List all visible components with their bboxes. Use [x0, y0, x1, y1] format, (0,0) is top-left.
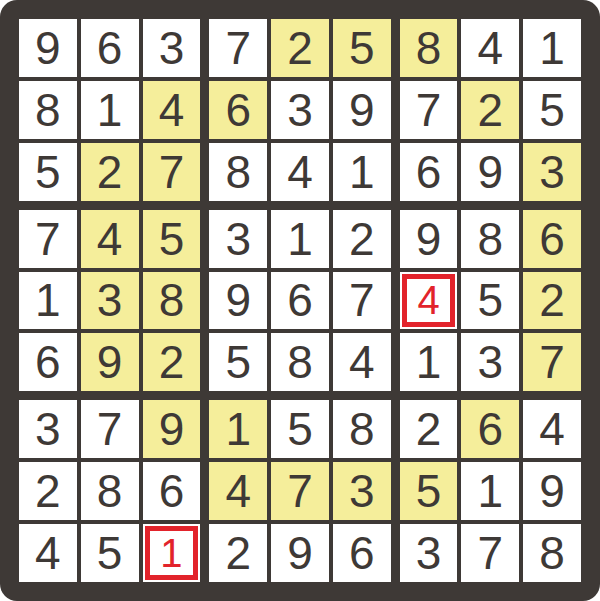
cell-digit: 5 [349, 25, 375, 71]
cell-r8c5[interactable]: 7 [271, 462, 329, 520]
cell-digit: 7 [97, 406, 123, 452]
cell-r2c9[interactable]: 5 [523, 81, 581, 139]
cell-r1c2[interactable]: 6 [81, 19, 139, 77]
cell-digit: 8 [97, 468, 123, 514]
cell-r6c1[interactable]: 6 [19, 333, 77, 391]
cell-r1c8[interactable]: 4 [461, 19, 519, 77]
cell-digit: 1 [478, 468, 504, 514]
cell-r1c3[interactable]: 3 [143, 19, 201, 77]
cell-r8c1[interactable]: 2 [19, 462, 77, 520]
cell-r1c6[interactable]: 5 [333, 19, 391, 77]
cell-digit: 4 [159, 87, 185, 133]
cell-digit: 6 [159, 468, 185, 514]
cell-r1c4[interactable]: 7 [209, 19, 267, 77]
cell-digit: 3 [349, 468, 375, 514]
cell-r6c5[interactable]: 8 [271, 333, 329, 391]
cell-r5c2[interactable]: 3 [81, 272, 139, 330]
cell-digit: 5 [478, 277, 504, 323]
cell-digit: 3 [478, 339, 504, 385]
cell-r2c2[interactable]: 1 [81, 81, 139, 139]
cell-r8c9[interactable]: 9 [523, 462, 581, 520]
cell-digit: 5 [225, 339, 251, 385]
cell-digit: 1 [539, 25, 565, 71]
cell-digit: 3 [416, 530, 442, 576]
cell-digit: 2 [225, 530, 251, 576]
cell-r9c3[interactable]: 1 [143, 524, 201, 582]
cell-digit: 6 [35, 339, 61, 385]
cell-r1c1[interactable]: 9 [19, 19, 77, 77]
cell-digit: 6 [225, 87, 251, 133]
cell-digit: 8 [478, 216, 504, 262]
cell-digit: 8 [159, 277, 185, 323]
cell-digit: 2 [416, 406, 442, 452]
cell-r4c1[interactable]: 7 [19, 210, 77, 268]
cell-r3c7[interactable]: 6 [400, 143, 458, 201]
cell-digit: 9 [287, 530, 313, 576]
cell-r3c6[interactable]: 1 [333, 143, 391, 201]
cell-r5c1[interactable]: 1 [19, 272, 77, 330]
cell-r3c4[interactable]: 8 [209, 143, 267, 201]
cell-digit: 1 [160, 533, 182, 573]
cell-r8c6[interactable]: 3 [333, 462, 391, 520]
cell-digit: 6 [539, 216, 565, 262]
cell-digit: 2 [97, 149, 123, 195]
cell-digit: 1 [225, 406, 251, 452]
cell-r7c7[interactable]: 2 [400, 400, 458, 458]
cell-r1c7[interactable]: 8 [400, 19, 458, 77]
cell-digit: 3 [159, 25, 185, 71]
cell-r2c6[interactable]: 9 [333, 81, 391, 139]
cell-r9c9[interactable]: 8 [523, 524, 581, 582]
cell-r5c3[interactable]: 8 [143, 272, 201, 330]
cell-r3c8[interactable]: 9 [461, 143, 519, 201]
cell-digit: 5 [539, 87, 565, 133]
cell-r4c7[interactable]: 9 [400, 210, 458, 268]
cell-r9c8[interactable]: 7 [461, 524, 519, 582]
cell-digit: 6 [287, 277, 313, 323]
cell-r6c4[interactable]: 5 [209, 333, 267, 391]
cell-digit: 4 [349, 339, 375, 385]
cell-r3c5[interactable]: 4 [271, 143, 329, 201]
cell-r3c3[interactable]: 7 [143, 143, 201, 201]
cell-digit: 5 [159, 216, 185, 262]
cell-digit: 2 [349, 216, 375, 262]
cell-digit: 7 [287, 468, 313, 514]
cell-digit: 3 [97, 277, 123, 323]
cell-r6c2[interactable]: 9 [81, 333, 139, 391]
cell-r9c4[interactable]: 2 [209, 524, 267, 582]
cell-digit: 5 [97, 530, 123, 576]
cell-r4c5[interactable]: 1 [271, 210, 329, 268]
cell-r7c4[interactable]: 1 [209, 400, 267, 458]
cell-r7c3[interactable]: 9 [143, 400, 201, 458]
cell-digit: 7 [225, 25, 251, 71]
cell-digit: 3 [287, 87, 313, 133]
cell-digit: 6 [478, 406, 504, 452]
cell-r5c4[interactable]: 9 [209, 272, 267, 330]
sudoku-board: 9637258418146397255278416937453129861389… [0, 0, 600, 601]
cell-r9c6[interactable]: 6 [333, 524, 391, 582]
cell-digit: 5 [35, 149, 61, 195]
cell-r8c4[interactable]: 4 [209, 462, 267, 520]
cell-r3c1[interactable]: 5 [19, 143, 77, 201]
cell-digit: 9 [416, 216, 442, 262]
cell-digit: 3 [35, 406, 61, 452]
cell-digit: 3 [539, 149, 565, 195]
cell-r6c3[interactable]: 2 [143, 333, 201, 391]
cell-r8c2[interactable]: 8 [81, 462, 139, 520]
cell-r4c4[interactable]: 3 [209, 210, 267, 268]
cell-r9c2[interactable]: 5 [81, 524, 139, 582]
cell-r5c7[interactable]: 4 [400, 272, 458, 330]
cell-r1c5[interactable]: 2 [271, 19, 329, 77]
cell-r4c8[interactable]: 8 [461, 210, 519, 268]
cell-digit: 2 [478, 87, 504, 133]
sudoku-grid: 9637258418146397255278416937453129861389… [19, 19, 581, 582]
cell-digit: 2 [35, 468, 61, 514]
cell-r3c2[interactable]: 2 [81, 143, 139, 201]
cell-digit: 8 [349, 406, 375, 452]
cell-digit: 7 [349, 277, 375, 323]
cell-r7c8[interactable]: 6 [461, 400, 519, 458]
cell-r6c7[interactable]: 1 [400, 333, 458, 391]
cell-r7c6[interactable]: 8 [333, 400, 391, 458]
cell-r9c7[interactable]: 3 [400, 524, 458, 582]
cell-digit: 9 [97, 339, 123, 385]
cell-digit: 6 [97, 25, 123, 71]
cell-digit: 2 [287, 25, 313, 71]
cell-digit: 4 [35, 530, 61, 576]
cell-digit: 5 [287, 406, 313, 452]
cell-digit: 7 [416, 87, 442, 133]
cell-r7c9[interactable]: 4 [523, 400, 581, 458]
cell-digit: 7 [35, 216, 61, 262]
cell-r2c8[interactable]: 2 [461, 81, 519, 139]
cell-digit: 1 [35, 277, 61, 323]
cell-digit: 3 [225, 216, 251, 262]
cell-digit: 4 [539, 406, 565, 452]
cell-r4c2[interactable]: 4 [81, 210, 139, 268]
cell-digit: 2 [539, 277, 565, 323]
cell-digit: 4 [417, 280, 439, 320]
cell-digit: 6 [349, 530, 375, 576]
cell-digit: 8 [287, 339, 313, 385]
cell-r8c8[interactable]: 1 [461, 462, 519, 520]
cell-digit: 7 [539, 339, 565, 385]
cell-digit: 8 [225, 149, 251, 195]
cell-r1c9[interactable]: 1 [523, 19, 581, 77]
cell-digit: 4 [287, 149, 313, 195]
cell-r6c9[interactable]: 7 [523, 333, 581, 391]
cell-digit: 7 [478, 530, 504, 576]
cell-digit: 1 [349, 149, 375, 195]
cell-r5c5[interactable]: 6 [271, 272, 329, 330]
cell-r2c3[interactable]: 4 [143, 81, 201, 139]
cell-digit: 9 [35, 25, 61, 71]
cell-digit: 7 [159, 149, 185, 195]
cell-r2c1[interactable]: 8 [19, 81, 77, 139]
cell-digit: 8 [416, 25, 442, 71]
cell-digit: 9 [225, 277, 251, 323]
cell-digit: 2 [159, 339, 185, 385]
cell-r2c5[interactable]: 3 [271, 81, 329, 139]
cell-digit: 9 [349, 87, 375, 133]
cell-digit: 4 [225, 468, 251, 514]
cell-digit: 4 [478, 25, 504, 71]
cell-r3c9[interactable]: 3 [523, 143, 581, 201]
cell-r8c7[interactable]: 5 [400, 462, 458, 520]
cell-r4c9[interactable]: 6 [523, 210, 581, 268]
cell-r6c6[interactable]: 4 [333, 333, 391, 391]
cell-r5c9[interactable]: 2 [523, 272, 581, 330]
cell-r7c1[interactable]: 3 [19, 400, 77, 458]
cell-r7c2[interactable]: 7 [81, 400, 139, 458]
cell-r5c6[interactable]: 7 [333, 272, 391, 330]
cell-r6c8[interactable]: 3 [461, 333, 519, 391]
cell-r7c5[interactable]: 5 [271, 400, 329, 458]
cell-digit: 1 [287, 216, 313, 262]
cell-digit: 8 [35, 87, 61, 133]
cell-digit: 1 [97, 87, 123, 133]
cell-r2c4[interactable]: 6 [209, 81, 267, 139]
cell-digit: 1 [416, 339, 442, 385]
cell-digit: 6 [416, 149, 442, 195]
cell-r2c7[interactable]: 7 [400, 81, 458, 139]
cell-r8c3[interactable]: 6 [143, 462, 201, 520]
cell-digit: 9 [478, 149, 504, 195]
cell-r5c8[interactable]: 5 [461, 272, 519, 330]
cell-digit: 5 [416, 468, 442, 514]
cell-r9c1[interactable]: 4 [19, 524, 77, 582]
cell-digit: 9 [539, 468, 565, 514]
cell-r4c3[interactable]: 5 [143, 210, 201, 268]
cell-digit: 9 [159, 406, 185, 452]
cell-digit: 4 [97, 216, 123, 262]
cell-r4c6[interactable]: 2 [333, 210, 391, 268]
cell-digit: 8 [539, 530, 565, 576]
cell-r9c5[interactable]: 9 [271, 524, 329, 582]
